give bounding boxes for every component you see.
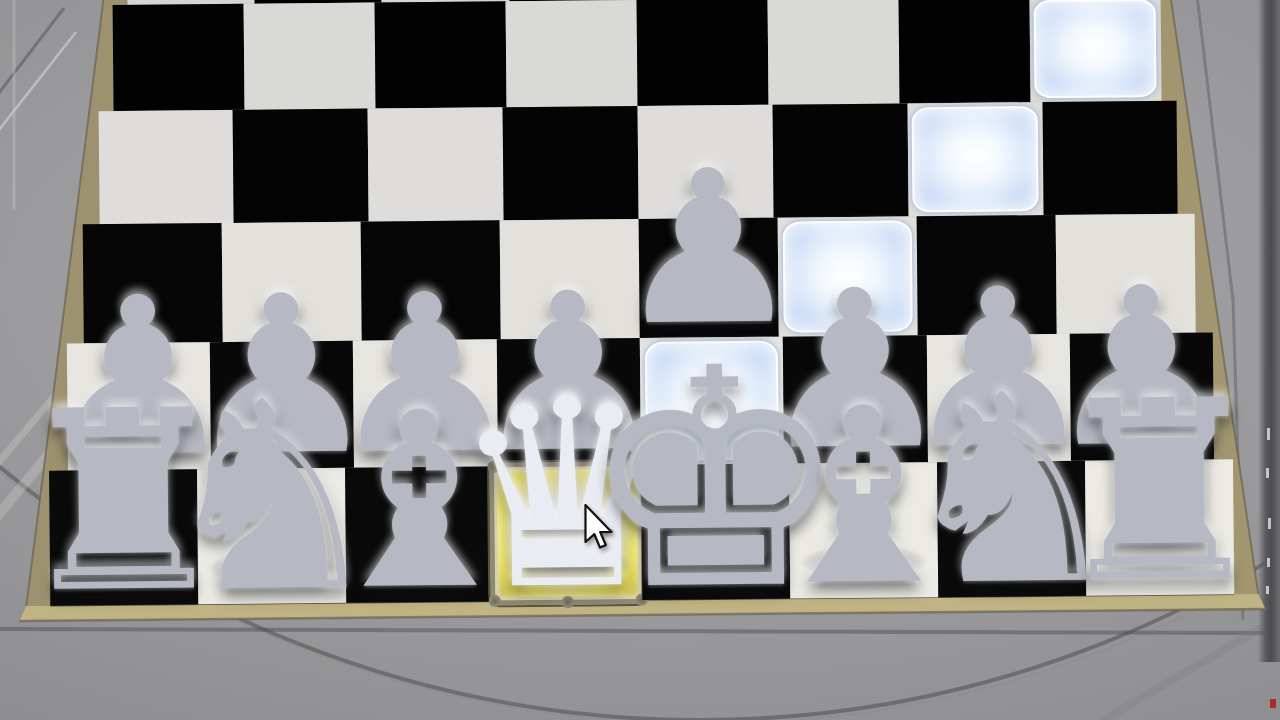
- board-and-pieces: ♜♞♝♛♚♝♞♜♟♟♟♟♟♟♟♟: [0, 0, 1280, 720]
- white-rook-h1[interactable]: ♜: [1047, 367, 1272, 617]
- square-a5[interactable]: [113, 4, 245, 111]
- move-highlight-g4[interactable]: [912, 106, 1038, 212]
- square-c4[interactable]: [368, 107, 504, 221]
- square-b5[interactable]: [244, 3, 376, 110]
- chess-game-scene: ♜♞♝♛♚♝♞♜♟♟♟♟♟♟♟♟: [0, 0, 1280, 720]
- square-h4[interactable]: [1042, 101, 1178, 215]
- square-g4[interactable]: [907, 102, 1043, 216]
- square-e5[interactable]: [637, 0, 769, 106]
- move-highlight-h5[interactable]: [1034, 0, 1157, 98]
- square-g5[interactable]: [898, 0, 1030, 103]
- square-c5[interactable]: [375, 1, 507, 108]
- square-b4[interactable]: [233, 109, 369, 223]
- square-a4[interactable]: [98, 110, 234, 224]
- chess-board: [0, 0, 1277, 6]
- square-f5[interactable]: [767, 0, 899, 105]
- board-rank-5: [113, 0, 1162, 111]
- square-d5[interactable]: [506, 0, 638, 107]
- square-h5[interactable]: [1029, 0, 1161, 102]
- mouse-cursor: [584, 504, 614, 550]
